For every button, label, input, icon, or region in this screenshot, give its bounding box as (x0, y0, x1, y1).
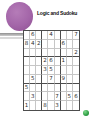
green-ball-icon (83, 110, 89, 116)
sudoku-cell-r9c9 (73, 101, 79, 110)
sudoku-cell-r4c9 (73, 57, 79, 66)
sudoku-cell-r8c9: 6 (73, 92, 79, 101)
sudoku-board: 647842622613557953756183 (23, 30, 80, 111)
slide-title: Logic and Sudoku (37, 10, 87, 16)
sudoku-cell-r6c9 (73, 75, 79, 84)
sudoku-cell-r2c9 (73, 40, 79, 49)
sudoku-cell-r1c9: 7 (73, 31, 79, 40)
decorative-oval (6, 2, 33, 31)
sudoku-cell-r5c9 (73, 66, 79, 75)
sudoku-cell-r7c9 (73, 84, 79, 93)
slide: Logic and Sudoku 64784262261355795375618… (0, 0, 90, 120)
sudoku-cell-r3c9: 2 (73, 49, 79, 58)
